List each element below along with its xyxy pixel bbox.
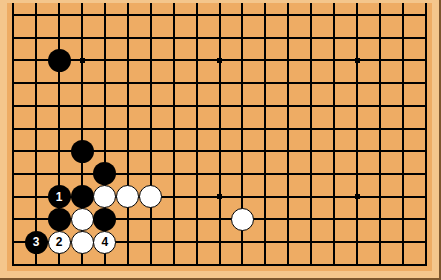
board-cell[interactable] [414, 49, 437, 72]
board-cell[interactable]: 2 [48, 231, 71, 254]
board-cell[interactable] [323, 49, 346, 72]
board-cell[interactable] [208, 49, 231, 72]
board-cell[interactable] [369, 49, 392, 72]
board-cell[interactable] [391, 140, 414, 163]
board-cell[interactable] [25, 208, 48, 231]
board-cell[interactable] [93, 140, 116, 163]
grid-line-segment [264, 82, 276, 84]
board-cell[interactable] [139, 4, 162, 27]
board-cell[interactable] [116, 163, 139, 186]
grid-line-segment [35, 82, 47, 84]
board-cell[interactable] [300, 49, 323, 72]
grid-line-segment [356, 14, 368, 16]
grid-line-segment [241, 196, 253, 198]
board-cell[interactable] [93, 163, 116, 186]
board-cell[interactable] [208, 26, 231, 49]
grid-line-segment [310, 196, 322, 198]
board-cell[interactable] [369, 94, 392, 117]
board-cell[interactable] [254, 163, 277, 186]
grid-line-segment [310, 105, 322, 107]
grid-line-segment [58, 82, 70, 84]
board-cell[interactable] [254, 231, 277, 254]
grid-line-segment [196, 173, 208, 175]
board-cell[interactable] [185, 163, 208, 186]
board-cell[interactable]: 3 [25, 231, 48, 254]
board-cell[interactable] [300, 254, 323, 277]
board-cell[interactable] [414, 163, 437, 186]
grid-line-segment [219, 173, 231, 175]
board-cell[interactable] [162, 231, 185, 254]
board-cell[interactable] [231, 185, 254, 208]
board-cell[interactable] [300, 117, 323, 140]
grid-line-segment [379, 241, 391, 243]
board-cell[interactable] [323, 72, 346, 95]
grid-line-segment [333, 173, 345, 175]
board-cell[interactable] [414, 72, 437, 95]
board-cell[interactable] [48, 49, 71, 72]
board-cell[interactable] [139, 208, 162, 231]
board-cell[interactable] [391, 4, 414, 27]
board-cell[interactable] [208, 163, 231, 186]
grid-line-segment [219, 37, 231, 39]
board-cell[interactable] [414, 94, 437, 117]
grid-line-segment [379, 218, 391, 220]
board-cell[interactable] [300, 26, 323, 49]
board-cell[interactable] [25, 49, 48, 72]
board-cell[interactable] [25, 185, 48, 208]
board-grid: 1324 [2, 4, 438, 277]
board-cell[interactable] [48, 4, 71, 27]
board-cell[interactable] [185, 72, 208, 95]
board-cell[interactable] [2, 254, 25, 277]
board-cell[interactable] [277, 4, 300, 27]
board-cell[interactable] [369, 208, 392, 231]
grid-line-segment [414, 82, 426, 84]
board-cell[interactable] [346, 231, 369, 254]
board-cell[interactable] [162, 208, 185, 231]
board-cell[interactable] [254, 140, 277, 163]
board-cell[interactable] [208, 94, 231, 117]
board-cell[interactable] [277, 163, 300, 186]
board-cell[interactable] [71, 117, 94, 140]
board-cell[interactable] [93, 208, 116, 231]
board-cell[interactable] [116, 26, 139, 49]
board-cell[interactable] [300, 208, 323, 231]
board-cell[interactable] [71, 163, 94, 186]
board-cell[interactable] [369, 254, 392, 277]
board-cell[interactable] [277, 26, 300, 49]
board-cell[interactable] [162, 117, 185, 140]
grid-line-segment [12, 196, 24, 198]
board-cell[interactable] [346, 117, 369, 140]
board-cell[interactable] [71, 254, 94, 277]
board-cell[interactable] [208, 4, 231, 27]
black-stone [48, 208, 71, 231]
board-cell[interactable] [71, 185, 94, 208]
board-cell[interactable] [231, 254, 254, 277]
board-cell[interactable] [93, 72, 116, 95]
board-cell[interactable] [139, 140, 162, 163]
grid-line-segment [241, 264, 253, 266]
board-cell[interactable] [231, 72, 254, 95]
go-diagram: 1324 [0, 0, 441, 280]
board-cell[interactable] [369, 117, 392, 140]
grid-line-segment [81, 128, 93, 130]
board-cell[interactable] [208, 254, 231, 277]
board-cell[interactable] [116, 208, 139, 231]
board-cell[interactable] [25, 26, 48, 49]
board-cell[interactable] [71, 26, 94, 49]
board-cell[interactable] [185, 26, 208, 49]
board-cell[interactable] [2, 185, 25, 208]
board-cell[interactable] [277, 49, 300, 72]
board-cell[interactable] [71, 231, 94, 254]
board-cell[interactable] [323, 231, 346, 254]
board-cell[interactable] [254, 72, 277, 95]
black-stone: 3 [25, 231, 48, 254]
white-stone: 4 [93, 231, 116, 254]
board-cell[interactable] [277, 72, 300, 95]
grid-line-segment [173, 264, 185, 266]
board-cell[interactable] [231, 117, 254, 140]
grid-line-segment [414, 196, 426, 198]
board-cell[interactable] [139, 49, 162, 72]
grid-line-segment [104, 264, 116, 266]
board-cell[interactable] [254, 185, 277, 208]
grid-line-segment [127, 264, 139, 266]
board-cell[interactable] [300, 163, 323, 186]
board-cell[interactable] [2, 72, 25, 95]
board-cell[interactable] [48, 94, 71, 117]
board-cell[interactable] [71, 208, 94, 231]
board-cell[interactable] [139, 185, 162, 208]
board-cell[interactable] [2, 231, 25, 254]
board-cell[interactable] [2, 163, 25, 186]
grid-line-segment [150, 14, 162, 16]
grid-line-segment [12, 173, 24, 175]
board-cell[interactable] [369, 140, 392, 163]
board-cell[interactable] [254, 208, 277, 231]
board-cell[interactable] [346, 4, 369, 27]
board-cell[interactable] [48, 117, 71, 140]
grid-line-segment [173, 241, 185, 243]
board-cell[interactable] [139, 72, 162, 95]
board-cell[interactable] [48, 26, 71, 49]
board-cell[interactable] [139, 231, 162, 254]
grid-line-segment [58, 264, 70, 266]
grid-line-segment [150, 173, 162, 175]
board-cell[interactable] [369, 72, 392, 95]
board-cell[interactable] [116, 185, 139, 208]
board-cell[interactable] [2, 140, 25, 163]
board-cell[interactable] [48, 208, 71, 231]
board-cell[interactable] [2, 208, 25, 231]
board-cell[interactable] [116, 49, 139, 72]
grid-line-segment [310, 82, 322, 84]
board-cell[interactable] [93, 94, 116, 117]
grid-line-segment [35, 105, 47, 107]
board-cell[interactable] [369, 231, 392, 254]
board-cell[interactable] [323, 26, 346, 49]
board-cell[interactable] [414, 26, 437, 49]
board-cell[interactable] [162, 254, 185, 277]
board-cell[interactable] [391, 208, 414, 231]
grid-line-segment [287, 264, 299, 266]
board-cell[interactable] [369, 163, 392, 186]
board-cell[interactable] [71, 72, 94, 95]
board-cell[interactable] [346, 72, 369, 95]
board-cell[interactable] [391, 254, 414, 277]
board-cell[interactable] [162, 4, 185, 27]
board-cell[interactable] [346, 140, 369, 163]
board-cell[interactable] [48, 72, 71, 95]
board-cell[interactable] [254, 26, 277, 49]
board-cell[interactable] [391, 94, 414, 117]
board-cell[interactable] [414, 185, 437, 208]
grid-line-segment [150, 128, 162, 130]
board-cell[interactable] [185, 254, 208, 277]
grid-line-segment [287, 150, 299, 152]
board-cell[interactable] [185, 117, 208, 140]
board-cell[interactable] [2, 94, 25, 117]
board-cell[interactable] [277, 94, 300, 117]
board-cell[interactable] [93, 49, 116, 72]
board-cell[interactable] [25, 94, 48, 117]
board-cell[interactable] [231, 26, 254, 49]
board-cell[interactable] [48, 254, 71, 277]
board-cell[interactable] [231, 208, 254, 231]
grid-line-segment [356, 218, 368, 220]
board-cell[interactable] [231, 140, 254, 163]
grid-line-segment [379, 14, 391, 16]
grid-line-segment [356, 241, 368, 243]
board-cell[interactable] [71, 94, 94, 117]
board-cell[interactable] [139, 254, 162, 277]
grid-line-segment [310, 37, 322, 39]
board-cell[interactable] [231, 231, 254, 254]
board-cell[interactable] [185, 94, 208, 117]
board-cell[interactable] [116, 94, 139, 117]
board-cell[interactable] [162, 163, 185, 186]
grid-line-segment [12, 82, 24, 84]
board-cell[interactable] [185, 208, 208, 231]
grid-line-segment [150, 264, 162, 266]
grid-line-segment [127, 105, 139, 107]
board-cell[interactable] [414, 117, 437, 140]
board-cell[interactable] [2, 26, 25, 49]
board-cell[interactable] [300, 4, 323, 27]
board-cell[interactable] [162, 94, 185, 117]
board-cell[interactable] [346, 94, 369, 117]
board-cell[interactable] [208, 72, 231, 95]
board-cell[interactable] [300, 185, 323, 208]
board-cell[interactable] [185, 185, 208, 208]
grid-line-segment [310, 173, 322, 175]
board-cell[interactable] [71, 4, 94, 27]
grid-line-segment [333, 264, 345, 266]
board-cell[interactable] [93, 26, 116, 49]
board-cell[interactable] [323, 185, 346, 208]
board-cell[interactable] [346, 49, 369, 72]
board-cell[interactable] [162, 26, 185, 49]
board-cell[interactable] [116, 117, 139, 140]
grid-line-segment [379, 264, 391, 266]
board-cell[interactable] [93, 117, 116, 140]
grid-line-segment [196, 128, 208, 130]
board-cell[interactable] [391, 26, 414, 49]
grid-line-segment [379, 105, 391, 107]
board-cell[interactable] [48, 163, 71, 186]
board-cell[interactable] [254, 49, 277, 72]
board-cell[interactable] [277, 117, 300, 140]
board-cell[interactable] [391, 117, 414, 140]
board-cell[interactable] [277, 185, 300, 208]
board-cell[interactable] [369, 4, 392, 27]
board-cell[interactable] [391, 231, 414, 254]
move-number-label: 1 [56, 191, 63, 203]
board-cell[interactable] [116, 72, 139, 95]
grid-line-segment [127, 59, 139, 61]
board-cell[interactable] [116, 231, 139, 254]
grid-line-segment [12, 241, 24, 243]
board-cell[interactable] [391, 49, 414, 72]
grid-line-segment [287, 218, 299, 220]
board-cell[interactable] [25, 4, 48, 27]
board-cell[interactable] [277, 208, 300, 231]
board-cell[interactable] [48, 140, 71, 163]
board-cell[interactable] [139, 26, 162, 49]
board-cell[interactable]: 4 [93, 231, 116, 254]
board-cell[interactable] [139, 163, 162, 186]
board-cell[interactable] [2, 4, 25, 27]
board-cell[interactable] [25, 72, 48, 95]
board-cell[interactable] [323, 117, 346, 140]
white-stone [139, 185, 162, 208]
grid-line-segment [333, 128, 345, 130]
board-cell[interactable] [231, 94, 254, 117]
grid-line-segment [196, 241, 208, 243]
board-cell[interactable] [300, 94, 323, 117]
board-cell[interactable] [231, 163, 254, 186]
grid-line-segment [310, 128, 322, 130]
board-cell[interactable] [185, 231, 208, 254]
board-cell[interactable] [71, 140, 94, 163]
board-cell[interactable] [414, 254, 437, 277]
grid-line-segment [287, 105, 299, 107]
board-cell[interactable] [346, 163, 369, 186]
board-cell[interactable] [208, 231, 231, 254]
board-cell[interactable] [25, 254, 48, 277]
board-cell[interactable] [300, 140, 323, 163]
board-cell[interactable] [93, 4, 116, 27]
board-cell[interactable] [277, 254, 300, 277]
board-cell[interactable] [185, 4, 208, 27]
board-cell[interactable] [254, 254, 277, 277]
board-cell[interactable] [162, 185, 185, 208]
grid-line-segment [356, 173, 368, 175]
grid-line-segment [414, 105, 426, 107]
board-cell[interactable] [254, 94, 277, 117]
board-cell[interactable] [323, 94, 346, 117]
board-cell[interactable] [116, 140, 139, 163]
board-cell[interactable] [323, 208, 346, 231]
board-cell[interactable] [323, 254, 346, 277]
board-cell[interactable] [25, 140, 48, 163]
board-cell[interactable] [369, 26, 392, 49]
grid-line-segment [310, 241, 322, 243]
board-cell[interactable] [300, 231, 323, 254]
grid-line-segment [402, 264, 414, 266]
board-cell[interactable] [277, 231, 300, 254]
board-cell[interactable] [162, 140, 185, 163]
board-cell[interactable] [391, 72, 414, 95]
board-cell[interactable] [254, 117, 277, 140]
board-cell[interactable] [208, 185, 231, 208]
board-cell[interactable] [162, 72, 185, 95]
board-cell[interactable] [139, 94, 162, 117]
board-cell[interactable] [391, 163, 414, 186]
board-cell[interactable] [300, 72, 323, 95]
board-cell[interactable] [346, 254, 369, 277]
board-cell[interactable] [369, 185, 392, 208]
board-cell[interactable] [323, 140, 346, 163]
board-cell[interactable] [208, 208, 231, 231]
board-cell[interactable] [2, 49, 25, 72]
board-cell[interactable] [162, 49, 185, 72]
grid-line-segment [81, 264, 93, 266]
board-cell[interactable] [185, 49, 208, 72]
black-stone [48, 49, 71, 72]
board-cell[interactable] [323, 163, 346, 186]
board-cell[interactable] [231, 49, 254, 72]
board-cell[interactable] [414, 140, 437, 163]
board-cell[interactable] [414, 208, 437, 231]
board-cell[interactable] [25, 117, 48, 140]
board-cell[interactable] [116, 254, 139, 277]
board-cell[interactable] [208, 117, 231, 140]
board-cell[interactable] [277, 140, 300, 163]
grid-line-segment [127, 218, 139, 220]
board-cell[interactable] [185, 140, 208, 163]
board-cell[interactable] [93, 254, 116, 277]
board-cell[interactable] [231, 4, 254, 27]
board-cell[interactable] [2, 117, 25, 140]
board-cell[interactable] [346, 26, 369, 49]
board-cell[interactable]: 1 [48, 185, 71, 208]
board-cell[interactable] [116, 4, 139, 27]
board-cell[interactable] [346, 208, 369, 231]
board-cell[interactable] [25, 163, 48, 186]
grid-line-segment [287, 196, 299, 198]
grid-line-segment [150, 150, 162, 152]
board-cell[interactable] [414, 4, 437, 27]
grid-line-segment [402, 128, 414, 130]
board-cell[interactable] [93, 185, 116, 208]
board-cell[interactable] [139, 117, 162, 140]
board-cell[interactable] [254, 4, 277, 27]
grid-line-segment [127, 37, 139, 39]
board-cell[interactable] [391, 185, 414, 208]
board-cell[interactable] [208, 140, 231, 163]
board-cell[interactable] [346, 185, 369, 208]
grid-line-segment [356, 150, 368, 152]
grid-line-segment [81, 14, 93, 16]
grid-line-segment [173, 173, 185, 175]
board-cell[interactable] [71, 49, 94, 72]
board-cell[interactable] [414, 231, 437, 254]
star-point [217, 194, 222, 199]
board-cell[interactable] [323, 4, 346, 27]
